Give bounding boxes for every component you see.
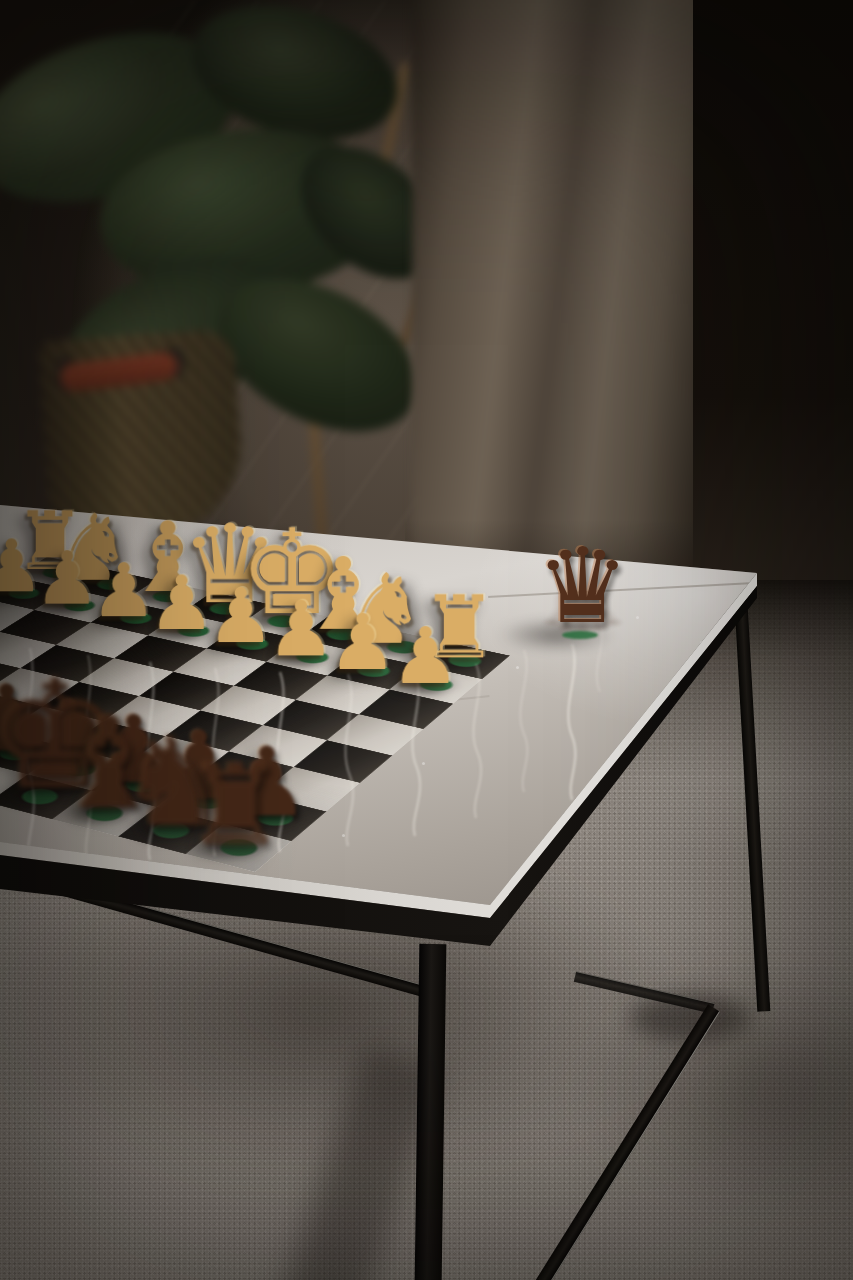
- chess-photo-scene: ♜♞♝♛♚♝♞♜♟♟♟♟♟♟♟♟♟♟♟♟♟♟♟♟♜♞♝♚♝♞♜ ♛ ♛: [0, 0, 853, 1280]
- piece-glyph: ♟: [91, 556, 157, 626]
- piece-glyph: ♟: [207, 580, 275, 652]
- piece-glyph: ♜: [186, 753, 265, 858]
- dark-rook: ♜: [186, 824, 292, 872]
- table-frame-leg-front: [415, 944, 447, 1280]
- piece-glyph: ♟: [148, 568, 215, 639]
- piece-glyph: ♟: [328, 606, 397, 679]
- piece-glyph: ♞: [119, 723, 197, 841]
- dark-queen-offboard: ♛: [536, 534, 620, 638]
- piece-glyph: ♟: [267, 593, 335, 665]
- piece-glyph: ♟: [391, 619, 461, 693]
